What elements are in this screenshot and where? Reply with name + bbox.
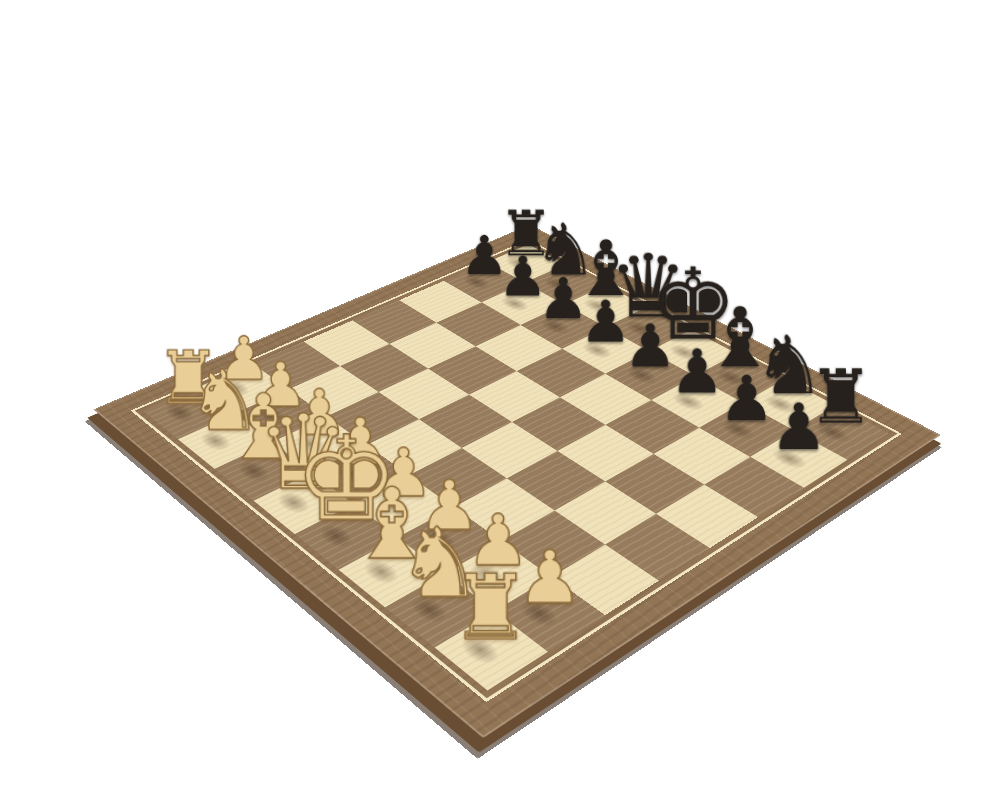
piece-black-pawn: ♟ bbox=[719, 370, 775, 429]
piece-black-pawn: ♟ bbox=[670, 344, 724, 402]
board-pinstripe-inlay: ♜♞♝♛♚♝♞♜♟♟♟♟♟♟♟♟♟♟♟♟♟♟♟♟♜♞♝♛♚♝♞♜ bbox=[131, 239, 902, 702]
piece-black-pawn: ♟ bbox=[624, 319, 677, 375]
piece-black-pawn: ♟ bbox=[770, 397, 828, 458]
square-h1: ♜ bbox=[435, 611, 548, 690]
board-grid: ♜♞♝♛♚♝♞♜♟♟♟♟♟♟♟♟♟♟♟♟♟♟♟♟♜♞♝♛♚♝♞♜ bbox=[143, 244, 889, 690]
photo-canvas: ♜♞♝♛♚♝♞♜♟♟♟♟♟♟♟♟♟♟♟♟♟♟♟♟♜♞♝♛♚♝♞♜ bbox=[0, 0, 1000, 800]
piece-white-rook: ♜ bbox=[451, 564, 532, 650]
chessboard: ♜♞♝♛♚♝♞♜♟♟♟♟♟♟♟♟♟♟♟♟♟♟♟♟♜♞♝♛♚♝♞♜ bbox=[93, 225, 940, 739]
